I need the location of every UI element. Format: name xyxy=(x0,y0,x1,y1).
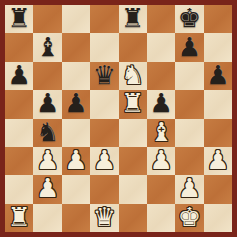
chess-board-frame: ♜♜♚♝♟♟♛♞♟♟♟♜♟♞♝♟♟♟♟♟♟♟♜♛♚ xyxy=(0,0,237,237)
square-d5[interactable] xyxy=(90,90,118,118)
square-c6[interactable] xyxy=(62,62,90,90)
white-king-g1[interactable]: ♚ xyxy=(178,204,201,231)
white-bishop-f4[interactable]: ♝ xyxy=(149,119,172,146)
square-h5[interactable] xyxy=(204,90,232,118)
black-pawn-g7[interactable]: ♟ xyxy=(178,33,201,60)
black-pawn-c5[interactable]: ♟ xyxy=(64,90,87,117)
square-b6[interactable] xyxy=(33,62,61,90)
square-h4[interactable] xyxy=(204,119,232,147)
square-d7[interactable] xyxy=(90,33,118,61)
square-c1[interactable] xyxy=(62,204,90,232)
square-f5[interactable]: ♟ xyxy=(147,90,175,118)
black-pawn-h6[interactable]: ♟ xyxy=(206,62,229,89)
white-pawn-d3[interactable]: ♟ xyxy=(93,147,116,174)
square-d4[interactable] xyxy=(90,119,118,147)
square-f7[interactable] xyxy=(147,33,175,61)
square-h3[interactable]: ♟ xyxy=(204,147,232,175)
square-b8[interactable] xyxy=(33,5,61,33)
square-d6[interactable]: ♛ xyxy=(90,62,118,90)
square-g4[interactable] xyxy=(175,119,203,147)
square-b2[interactable]: ♟ xyxy=(33,175,61,203)
square-f1[interactable] xyxy=(147,204,175,232)
square-c7[interactable] xyxy=(62,33,90,61)
square-a6[interactable]: ♟ xyxy=(5,62,33,90)
black-king-g8[interactable]: ♚ xyxy=(178,5,201,32)
square-g8[interactable]: ♚ xyxy=(175,5,203,33)
square-a8[interactable]: ♜ xyxy=(5,5,33,33)
white-pawn-c3[interactable]: ♟ xyxy=(64,147,87,174)
square-b5[interactable]: ♟ xyxy=(33,90,61,118)
square-c5[interactable]: ♟ xyxy=(62,90,90,118)
square-e1[interactable] xyxy=(119,204,147,232)
white-rook-a1[interactable]: ♜ xyxy=(8,204,31,231)
square-g5[interactable] xyxy=(175,90,203,118)
square-c4[interactable] xyxy=(62,119,90,147)
white-queen-d1[interactable]: ♛ xyxy=(93,204,116,231)
black-knight-b4[interactable]: ♞ xyxy=(36,119,59,146)
square-e2[interactable] xyxy=(119,175,147,203)
black-bishop-b7[interactable]: ♝ xyxy=(36,33,59,60)
square-g7[interactable]: ♟ xyxy=(175,33,203,61)
square-e7[interactable] xyxy=(119,33,147,61)
square-a2[interactable] xyxy=(5,175,33,203)
chess-board: ♜♜♚♝♟♟♛♞♟♟♟♜♟♞♝♟♟♟♟♟♟♟♜♛♚ xyxy=(5,5,232,232)
white-pawn-g2[interactable]: ♟ xyxy=(178,175,201,202)
square-e3[interactable] xyxy=(119,147,147,175)
square-b7[interactable]: ♝ xyxy=(33,33,61,61)
square-b1[interactable] xyxy=(33,204,61,232)
square-h8[interactable] xyxy=(204,5,232,33)
square-d1[interactable]: ♛ xyxy=(90,204,118,232)
square-d2[interactable] xyxy=(90,175,118,203)
square-a4[interactable] xyxy=(5,119,33,147)
square-f4[interactable]: ♝ xyxy=(147,119,175,147)
square-h2[interactable] xyxy=(204,175,232,203)
square-a5[interactable] xyxy=(5,90,33,118)
square-d8[interactable] xyxy=(90,5,118,33)
square-g2[interactable]: ♟ xyxy=(175,175,203,203)
square-c8[interactable] xyxy=(62,5,90,33)
square-g6[interactable] xyxy=(175,62,203,90)
white-rook-e5[interactable]: ♜ xyxy=(121,90,144,117)
square-h7[interactable] xyxy=(204,33,232,61)
square-a3[interactable] xyxy=(5,147,33,175)
square-b3[interactable]: ♟ xyxy=(33,147,61,175)
white-pawn-b2[interactable]: ♟ xyxy=(36,175,59,202)
square-a1[interactable]: ♜ xyxy=(5,204,33,232)
square-h1[interactable] xyxy=(204,204,232,232)
square-f2[interactable] xyxy=(147,175,175,203)
square-f8[interactable] xyxy=(147,5,175,33)
square-e8[interactable]: ♜ xyxy=(119,5,147,33)
square-e4[interactable] xyxy=(119,119,147,147)
square-d3[interactable]: ♟ xyxy=(90,147,118,175)
square-f3[interactable]: ♟ xyxy=(147,147,175,175)
square-e6[interactable]: ♞ xyxy=(119,62,147,90)
white-pawn-f3[interactable]: ♟ xyxy=(149,147,172,174)
square-g3[interactable] xyxy=(175,147,203,175)
white-pawn-h3[interactable]: ♟ xyxy=(206,147,229,174)
square-h6[interactable]: ♟ xyxy=(204,62,232,90)
square-e5[interactable]: ♜ xyxy=(119,90,147,118)
black-pawn-f5[interactable]: ♟ xyxy=(149,90,172,117)
square-c3[interactable]: ♟ xyxy=(62,147,90,175)
black-rook-a8[interactable]: ♜ xyxy=(8,5,31,32)
square-c2[interactable] xyxy=(62,175,90,203)
square-f6[interactable] xyxy=(147,62,175,90)
black-pawn-b5[interactable]: ♟ xyxy=(36,90,59,117)
black-rook-e8[interactable]: ♜ xyxy=(121,5,144,32)
black-pawn-a6[interactable]: ♟ xyxy=(8,62,31,89)
black-queen-d6[interactable]: ♛ xyxy=(93,62,116,89)
square-a7[interactable] xyxy=(5,33,33,61)
square-g1[interactable]: ♚ xyxy=(175,204,203,232)
white-knight-e6[interactable]: ♞ xyxy=(121,62,144,89)
white-pawn-b3[interactable]: ♟ xyxy=(36,147,59,174)
square-b4[interactable]: ♞ xyxy=(33,119,61,147)
